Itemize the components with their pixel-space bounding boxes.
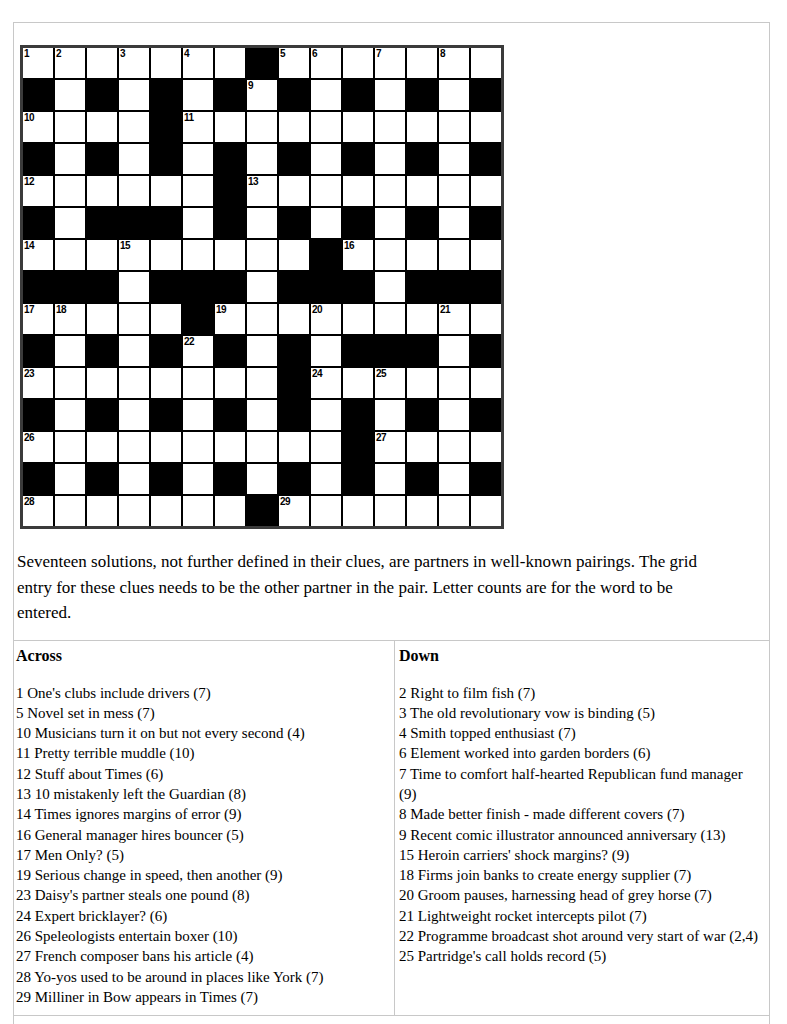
grid-cell-black xyxy=(23,336,53,366)
grid-cell[interactable] xyxy=(375,464,405,494)
grid-cell[interactable] xyxy=(151,176,181,206)
grid-cell-black xyxy=(23,80,53,110)
grid-cell[interactable] xyxy=(311,432,341,462)
clue-number: 6 xyxy=(312,48,317,60)
clue-number: 25 xyxy=(376,368,386,380)
grid-cell-black xyxy=(87,80,117,110)
grid-cell[interactable] xyxy=(119,400,149,430)
grid-cell[interactable] xyxy=(183,176,213,206)
grid-cell-black xyxy=(215,176,245,206)
grid-cell[interactable] xyxy=(55,80,85,110)
grid-cell-black xyxy=(407,208,437,238)
grid-cell[interactable] xyxy=(439,336,469,366)
grid-cell[interactable] xyxy=(407,368,437,398)
grid-cell[interactable] xyxy=(247,400,277,430)
grid-cell[interactable] xyxy=(215,48,245,78)
grid-cell[interactable] xyxy=(247,304,277,334)
grid-cell[interactable] xyxy=(247,368,277,398)
grid-cell-black xyxy=(407,272,437,302)
grid-cell-black xyxy=(215,272,245,302)
grid-cell[interactable]: 2 xyxy=(55,48,85,78)
grid-cell[interactable]: 19 xyxy=(215,304,245,334)
grid-cell[interactable] xyxy=(247,464,277,494)
grid-cell-black xyxy=(471,400,501,430)
grid-cell[interactable] xyxy=(87,496,117,526)
grid-cell[interactable]: 28 xyxy=(23,496,53,526)
grid-cell[interactable]: 17 xyxy=(23,304,53,334)
empty-footer-row xyxy=(14,1016,769,1024)
grid-cell[interactable] xyxy=(471,496,501,526)
grid-cell[interactable] xyxy=(55,144,85,174)
clue-item: 1 One's clubs include drivers (7) xyxy=(16,683,392,703)
grid-cell[interactable] xyxy=(375,144,405,174)
grid-cell[interactable] xyxy=(375,80,405,110)
grid-cell[interactable] xyxy=(471,112,501,142)
grid-cell-black xyxy=(247,48,277,78)
grid-cell-black xyxy=(343,80,373,110)
grid-cell[interactable] xyxy=(375,272,405,302)
clue-item: 20 Groom pauses, harnessing head of grey… xyxy=(399,885,767,905)
clue-number: 4 xyxy=(184,48,189,60)
grid-cell-black xyxy=(23,144,53,174)
grid-cell[interactable] xyxy=(119,176,149,206)
grid-cell[interactable] xyxy=(247,208,277,238)
grid-cell[interactable] xyxy=(439,112,469,142)
clue-number: 5 xyxy=(280,48,285,60)
grid-cell[interactable] xyxy=(87,176,117,206)
grid-cell[interactable] xyxy=(119,112,149,142)
grid-cell[interactable] xyxy=(311,336,341,366)
grid-cell-black xyxy=(343,400,373,430)
grid-cell[interactable]: 24 xyxy=(311,368,341,398)
clue-number: 24 xyxy=(312,368,322,380)
grid-cell-black xyxy=(279,368,309,398)
grid-cell-black xyxy=(215,208,245,238)
grid-cell-black xyxy=(87,336,117,366)
grid-cell-black xyxy=(407,464,437,494)
grid-cell[interactable]: 27 xyxy=(375,432,405,462)
grid-cell[interactable] xyxy=(151,48,181,78)
clue-number: 21 xyxy=(440,304,450,316)
grid-cell[interactable] xyxy=(215,368,245,398)
grid-cell[interactable] xyxy=(471,176,501,206)
grid-cell[interactable] xyxy=(407,176,437,206)
grid-cell-black xyxy=(23,464,53,494)
grid-cell[interactable] xyxy=(311,176,341,206)
grid-cell[interactable] xyxy=(311,144,341,174)
clue-number: 1 xyxy=(24,48,29,60)
grid-cell[interactable]: 21 xyxy=(439,304,469,334)
grid-cell[interactable] xyxy=(215,496,245,526)
grid-cell[interactable] xyxy=(119,368,149,398)
grid-cell[interactable]: 4 xyxy=(183,48,213,78)
clue-item: 19 Serious change in speed, then another… xyxy=(16,865,392,885)
grid-cell-black xyxy=(279,80,309,110)
grid-cell-black xyxy=(23,272,53,302)
grid-cell[interactable] xyxy=(471,48,501,78)
grid-cell[interactable] xyxy=(471,304,501,334)
grid-cell[interactable] xyxy=(55,208,85,238)
grid-cell[interactable] xyxy=(343,304,373,334)
grid-cell-black xyxy=(183,272,213,302)
grid-cell-black xyxy=(407,400,437,430)
grid-cell[interactable] xyxy=(407,432,437,462)
grid-cell[interactable] xyxy=(375,304,405,334)
clue-item: 21 Lightweight rocket intercepts pilot (… xyxy=(399,906,767,926)
across-heading: Across xyxy=(16,645,392,666)
grid-cell-black xyxy=(55,272,85,302)
grid-cell[interactable]: 29 xyxy=(279,496,309,526)
clue-item: 14 Times ignores margins of error (9) xyxy=(16,804,392,824)
grid-cell[interactable] xyxy=(151,368,181,398)
grid-cell[interactable] xyxy=(247,144,277,174)
grid-cell[interactable] xyxy=(119,496,149,526)
grid-cell[interactable] xyxy=(55,368,85,398)
grid-cell[interactable] xyxy=(119,304,149,334)
grid-cell[interactable] xyxy=(279,240,309,270)
down-column: Down 2 Right to film fish (7)3 The old r… xyxy=(395,641,769,1016)
grid-cell[interactable] xyxy=(87,112,117,142)
clue-number: 2 xyxy=(56,48,61,60)
clue-number: 10 xyxy=(24,112,34,124)
clue-item: 13 10 mistakenly left the Guardian (8) xyxy=(16,784,392,804)
grid-cell[interactable] xyxy=(151,304,181,334)
grid-cell-black xyxy=(471,464,501,494)
grid-cell-black xyxy=(151,400,181,430)
grid-cell-black xyxy=(87,208,117,238)
grid-cell[interactable] xyxy=(151,240,181,270)
clue-item: 10 Musicians turn it on but not every se… xyxy=(16,723,392,743)
clue-number: 14 xyxy=(24,240,34,252)
grid-cell-black xyxy=(87,464,117,494)
grid-cell[interactable] xyxy=(183,368,213,398)
grid-cell-black xyxy=(151,272,181,302)
grid-cell[interactable] xyxy=(215,240,245,270)
grid-cell-black xyxy=(215,336,245,366)
grid-cell-black xyxy=(151,464,181,494)
grid-cell[interactable] xyxy=(407,112,437,142)
clue-number: 17 xyxy=(24,304,34,316)
grid-cell-black xyxy=(343,432,373,462)
grid-cell-black xyxy=(279,144,309,174)
grid-cell-black xyxy=(471,272,501,302)
grid-cell-black xyxy=(215,144,245,174)
grid-cell-black xyxy=(23,400,53,430)
grid-cell-black xyxy=(311,240,341,270)
grid-cell[interactable] xyxy=(343,496,373,526)
grid-cell[interactable] xyxy=(439,464,469,494)
preamble: Seventeen solutions, not further defined… xyxy=(17,549,765,626)
crossword-grid: 1234567891011121314151617181920212223242… xyxy=(20,45,504,529)
grid-cell[interactable]: 15 xyxy=(119,240,149,270)
grid-cell[interactable] xyxy=(55,496,85,526)
clue-item: 22 Programme broadcast shot around very … xyxy=(399,926,767,946)
grid-cell[interactable] xyxy=(311,80,341,110)
grid-cell[interactable] xyxy=(87,368,117,398)
grid-cell[interactable] xyxy=(247,272,277,302)
clue-item: 24 Expert bricklayer? (6) xyxy=(16,906,392,926)
grid-cell[interactable] xyxy=(439,144,469,174)
grid-cell[interactable]: 20 xyxy=(311,304,341,334)
grid-cell[interactable]: 5 xyxy=(279,48,309,78)
grid-cell-black xyxy=(343,336,373,366)
grid-cell-black xyxy=(215,400,245,430)
grid-cell[interactable] xyxy=(119,336,149,366)
puzzle-section: 1234567891011121314151617181920212223242… xyxy=(14,23,769,641)
grid-cell-black xyxy=(87,144,117,174)
grid-cell[interactable] xyxy=(183,400,213,430)
clue-number: 29 xyxy=(280,496,290,508)
grid-cell[interactable] xyxy=(311,464,341,494)
content-table: 1234567891011121314151617181920212223242… xyxy=(13,22,770,1024)
clue-number: 20 xyxy=(312,304,322,316)
grid-cell[interactable] xyxy=(407,496,437,526)
grid-cell[interactable] xyxy=(407,48,437,78)
grid-cell-black xyxy=(407,144,437,174)
grid-cell[interactable] xyxy=(343,48,373,78)
grid-cell[interactable]: 23 xyxy=(23,368,53,398)
grid-cell-black xyxy=(151,144,181,174)
clue-item: 6 Element worked into garden borders (6) xyxy=(399,743,767,763)
grid-cell[interactable]: 3 xyxy=(119,48,149,78)
grid-cell-black xyxy=(183,304,213,334)
grid-cell[interactable] xyxy=(375,176,405,206)
grid-cell[interactable] xyxy=(247,336,277,366)
grid-cell-black xyxy=(151,112,181,142)
grid-cell-black xyxy=(23,208,53,238)
grid-cell-black xyxy=(279,400,309,430)
grid-cell[interactable] xyxy=(311,208,341,238)
grid-cell[interactable]: 8 xyxy=(439,48,469,78)
grid-cell[interactable]: 26 xyxy=(23,432,53,462)
grid-cell[interactable] xyxy=(471,368,501,398)
grid-cell[interactable] xyxy=(55,176,85,206)
grid-cell[interactable] xyxy=(439,368,469,398)
clue-item: 3 The old revolutionary vow is binding (… xyxy=(399,703,767,723)
grid-cell[interactable] xyxy=(183,144,213,174)
grid-cell-black xyxy=(343,272,373,302)
clue-item: 28 Yo-yos used to be around in places li… xyxy=(16,967,392,987)
grid-cell[interactable] xyxy=(439,208,469,238)
grid-cell[interactable]: 14 xyxy=(23,240,53,270)
grid-cell[interactable] xyxy=(439,496,469,526)
grid-cell[interactable] xyxy=(343,368,373,398)
clue-item: 17 Men Only? (5) xyxy=(16,845,392,865)
down-heading: Down xyxy=(399,645,767,666)
grid-cell[interactable] xyxy=(151,496,181,526)
grid-cell[interactable] xyxy=(215,432,245,462)
clue-item: 26 Speleologists entertain boxer (10) xyxy=(16,926,392,946)
grid-cell[interactable]: 6 xyxy=(311,48,341,78)
clue-number: 8 xyxy=(440,48,445,60)
grid-cell[interactable] xyxy=(247,240,277,270)
grid-cell[interactable]: 16 xyxy=(343,240,373,270)
grid-cell[interactable] xyxy=(407,240,437,270)
grid-cell[interactable] xyxy=(279,112,309,142)
clue-number: 22 xyxy=(184,336,194,348)
grid-cell-black xyxy=(151,336,181,366)
clue-number: 15 xyxy=(120,240,130,252)
grid-cell-black xyxy=(87,400,117,430)
grid-cell[interactable] xyxy=(279,176,309,206)
grid-cell-black xyxy=(311,272,341,302)
clue-number: 19 xyxy=(216,304,226,316)
grid-cell[interactable]: 10 xyxy=(23,112,53,142)
grid-cell-black xyxy=(343,208,373,238)
grid-cell[interactable] xyxy=(183,496,213,526)
grid-cell[interactable] xyxy=(311,400,341,430)
grid-cell[interactable] xyxy=(375,240,405,270)
grid-cell[interactable] xyxy=(471,240,501,270)
grid-cell-black xyxy=(471,144,501,174)
clue-item: 25 Partridge's call holds record (5) xyxy=(399,946,767,966)
clue-item: 7 Time to comfort half-hearted Republica… xyxy=(399,764,767,805)
clues-section: Across 1 One's clubs include drivers (7)… xyxy=(14,641,769,1017)
grid-cell[interactable] xyxy=(279,304,309,334)
grid-cell[interactable] xyxy=(55,336,85,366)
grid-cell[interactable] xyxy=(119,464,149,494)
grid-cell-black xyxy=(439,272,469,302)
grid-cell[interactable] xyxy=(55,400,85,430)
grid-cell-black xyxy=(279,336,309,366)
grid-cell[interactable] xyxy=(343,176,373,206)
grid-cell[interactable] xyxy=(119,144,149,174)
across-clues: 1 One's clubs include drivers (7)5 Novel… xyxy=(16,683,392,1008)
grid-cell[interactable] xyxy=(375,208,405,238)
grid-cell[interactable] xyxy=(55,432,85,462)
grid-cell[interactable] xyxy=(439,240,469,270)
grid-cell[interactable] xyxy=(247,112,277,142)
grid-cell[interactable] xyxy=(87,240,117,270)
grid-cell[interactable]: 7 xyxy=(375,48,405,78)
clue-number: 28 xyxy=(24,496,34,508)
grid-cell[interactable] xyxy=(119,272,149,302)
clue-item: 27 French composer bans his article (4) xyxy=(16,946,392,966)
grid-cell-black xyxy=(343,464,373,494)
clue-item: 2 Right to film fish (7) xyxy=(399,683,767,703)
clue-number: 11 xyxy=(184,112,194,124)
clue-number: 12 xyxy=(24,176,34,188)
clue-number: 9 xyxy=(248,80,253,92)
grid-cell[interactable] xyxy=(343,112,373,142)
clue-number: 27 xyxy=(376,432,386,444)
grid-cell[interactable] xyxy=(215,112,245,142)
grid-cell[interactable] xyxy=(311,496,341,526)
clue-number: 3 xyxy=(120,48,125,60)
grid-cell[interactable]: 22 xyxy=(183,336,213,366)
grid-cell[interactable] xyxy=(183,208,213,238)
grid-cell-black xyxy=(279,272,309,302)
clue-number: 18 xyxy=(56,304,66,316)
grid-cell[interactable] xyxy=(311,112,341,142)
grid-cell-black xyxy=(215,80,245,110)
clue-item: 15 Heroin carriers' shock margins? (9) xyxy=(399,845,767,865)
grid-cell-black xyxy=(279,464,309,494)
down-clues: 2 Right to film fish (7)3 The old revolu… xyxy=(399,683,767,967)
grid-cell[interactable]: 11 xyxy=(183,112,213,142)
grid-cell[interactable] xyxy=(439,432,469,462)
grid-cell[interactable] xyxy=(183,80,213,110)
grid-cell[interactable] xyxy=(151,432,181,462)
clue-item: 18 Firms join banks to create energy sup… xyxy=(399,865,767,885)
page: 1234567891011121314151617181920212223242… xyxy=(0,0,787,1024)
clue-item: 4 Smith topped enthusiast (7) xyxy=(399,723,767,743)
grid-cell-black xyxy=(151,80,181,110)
clue-number: 7 xyxy=(376,48,381,60)
grid-cell[interactable] xyxy=(183,432,213,462)
grid-cell[interactable]: 13 xyxy=(247,176,277,206)
grid-cell-black xyxy=(119,208,149,238)
grid-cell[interactable] xyxy=(375,400,405,430)
grid-cell[interactable] xyxy=(279,432,309,462)
clue-item: 23 Daisy's partner steals one pound (8) xyxy=(16,885,392,905)
grid-cell[interactable] xyxy=(119,80,149,110)
clue-item: 11 Pretty terrible muddle (10) xyxy=(16,743,392,763)
grid-cell[interactable]: 1 xyxy=(23,48,53,78)
grid-cell[interactable]: 12 xyxy=(23,176,53,206)
grid-cell-black xyxy=(375,336,405,366)
grid-cell[interactable] xyxy=(439,80,469,110)
clue-item: 12 Stuff about Times (6) xyxy=(16,764,392,784)
clue-number: 16 xyxy=(344,240,354,252)
grid-cell-black xyxy=(471,80,501,110)
grid-cell-black xyxy=(279,208,309,238)
grid-cell[interactable]: 18 xyxy=(55,304,85,334)
grid-cell-black xyxy=(215,464,245,494)
grid-cell[interactable] xyxy=(439,176,469,206)
clue-item: 16 General manager hires bouncer (5) xyxy=(16,825,392,845)
grid-cell[interactable] xyxy=(247,432,277,462)
grid-cell[interactable] xyxy=(55,464,85,494)
grid-cell[interactable] xyxy=(87,432,117,462)
grid-cell[interactable] xyxy=(87,48,117,78)
grid-cell-black xyxy=(407,336,437,366)
clue-item: 9 Recent comic illustrator announced ann… xyxy=(399,825,767,845)
grid-cell-black xyxy=(471,208,501,238)
clue-number: 13 xyxy=(248,176,258,188)
grid-cell[interactable] xyxy=(119,432,149,462)
grid-cell-black xyxy=(87,272,117,302)
clue-number: 23 xyxy=(24,368,34,380)
grid-cell[interactable] xyxy=(471,432,501,462)
grid-cell[interactable] xyxy=(407,304,437,334)
clue-number: 26 xyxy=(24,432,34,444)
grid-cell[interactable]: 25 xyxy=(375,368,405,398)
grid-cell-black xyxy=(247,496,277,526)
grid-cell[interactable] xyxy=(87,304,117,334)
grid-cell-black xyxy=(343,144,373,174)
grid-cell[interactable] xyxy=(375,496,405,526)
grid-cell[interactable]: 9 xyxy=(247,80,277,110)
grid-cell-black xyxy=(407,80,437,110)
grid-cell[interactable] xyxy=(375,112,405,142)
grid-cell-black xyxy=(471,336,501,366)
clue-item: 29 Milliner in Bow appears in Times (7) xyxy=(16,987,392,1007)
clue-item: 8 Made better finish - made different co… xyxy=(399,804,767,824)
grid-cell-black xyxy=(151,208,181,238)
grid-cell[interactable] xyxy=(55,112,85,142)
grid-cell[interactable] xyxy=(183,240,213,270)
across-column: Across 1 One's clubs include drivers (7)… xyxy=(14,641,395,1016)
clue-item: 5 Novel set in mess (7) xyxy=(16,703,392,723)
grid-cell[interactable] xyxy=(183,464,213,494)
grid-cell[interactable] xyxy=(439,400,469,430)
grid-cell[interactable] xyxy=(55,240,85,270)
